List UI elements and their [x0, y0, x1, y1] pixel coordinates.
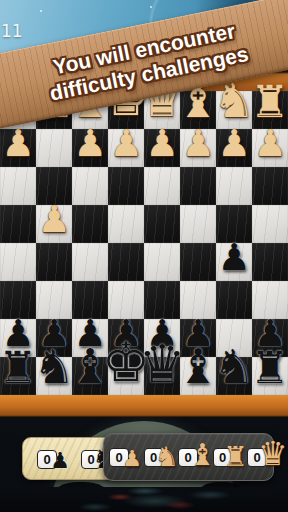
- square-b3[interactable]: [216, 167, 252, 205]
- white-rook-icon: ♜: [224, 443, 248, 470]
- piece-white-p-h2[interactable]: ♟: [0, 125, 43, 162]
- piece-black-p-b5[interactable]: ♟: [209, 239, 259, 276]
- star-dot: [40, 10, 42, 12]
- square-d5[interactable]: [144, 243, 180, 281]
- white-queen-icon: ♛: [258, 437, 282, 470]
- chess-app-screen: 11 ♜♞♝♛♚♝♞♜♟♟♟♟♟♟♟♟♟♟♟♟♟♟♟♟♜♞♝♛♚♝♞♜ You …: [0, 0, 288, 512]
- piece-black-r-h8[interactable]: ♜: [0, 346, 43, 390]
- square-e4[interactable]: [108, 205, 144, 243]
- square-g5[interactable]: [36, 243, 72, 281]
- captured-counter-white-pawn: 0♟: [109, 444, 144, 470]
- captured-counter-white-knight: 0♞: [144, 444, 179, 470]
- white-bishop-icon: ♝: [189, 440, 213, 470]
- square-a4[interactable]: [252, 205, 288, 243]
- square-d4[interactable]: [144, 205, 180, 243]
- square-c3[interactable]: [180, 167, 216, 205]
- star-dot: [150, 6, 152, 8]
- square-b6[interactable]: [216, 281, 252, 319]
- white-knight-icon: ♞: [155, 443, 179, 470]
- hud-number: 11: [1, 21, 23, 41]
- captured-counter-white-rook: 0♜: [213, 444, 248, 470]
- square-a3[interactable]: [252, 167, 288, 205]
- chess-board: ♜♞♝♛♚♝♞♜♟♟♟♟♟♟♟♟♟♟♟♟♟♟♟♟♜♞♝♛♚♝♞♜: [0, 91, 288, 395]
- square-h5[interactable]: [0, 243, 36, 281]
- square-f5[interactable]: [72, 243, 108, 281]
- captured-counter-white-bishop: 0♝: [178, 444, 213, 470]
- square-f3[interactable]: [72, 167, 108, 205]
- white-pawn-icon: ♟: [120, 448, 144, 470]
- square-e5[interactable]: [108, 243, 144, 281]
- ground-texture: [0, 487, 288, 512]
- black-pawn-icon: ♟: [48, 450, 72, 472]
- piece-white-p-f2[interactable]: ♟: [65, 125, 115, 162]
- piece-white-p-g4[interactable]: ♟: [29, 201, 79, 238]
- board-frame-bottom: [0, 395, 288, 417]
- captured-counter-black-pawn: 0♟: [37, 446, 81, 472]
- captured-white-pieces-tray: 0♟0♞0♝0♜0♛: [103, 433, 274, 481]
- captured-counter-white-queen: 0♛: [247, 444, 282, 470]
- square-e3[interactable]: [108, 167, 144, 205]
- square-h3[interactable]: [0, 167, 36, 205]
- square-c4[interactable]: [180, 205, 216, 243]
- square-d3[interactable]: [144, 167, 180, 205]
